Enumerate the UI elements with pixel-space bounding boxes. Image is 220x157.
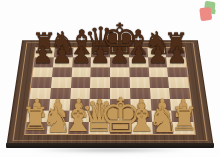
logo-red-block-icon (199, 7, 212, 21)
logo-green-tab-icon (211, 9, 216, 15)
piece-black-pawn-d7: ♟ (90, 44, 111, 67)
piece-black-pawn-f7: ♟ (128, 44, 149, 67)
chessboard-product-photo: ♜♞♝♛♚♝♞♜♟♟♟♟♟♟♟♟♟♟♟♟♟♟♟♟♜♞♝♛♚♝♞♜ (0, 0, 220, 157)
chess-board-scene: ♜♞♝♛♚♝♞♜♟♟♟♟♟♟♟♟♟♟♟♟♟♟♟♟♜♞♝♛♚♝♞♜ (0, 0, 220, 157)
piece-black-pawn-c7: ♟ (71, 44, 92, 67)
piece-black-pawn-a7: ♟ (33, 44, 54, 67)
pieces-layer: ♜♞♝♛♚♝♞♜♟♟♟♟♟♟♟♟♟♟♟♟♟♟♟♟♜♞♝♛♚♝♞♜ (0, 0, 220, 157)
piece-white-rook-h1: ♜ (170, 104, 199, 136)
piece-black-pawn-g7: ♟ (148, 44, 169, 67)
piece-black-pawn-h7: ♟ (167, 44, 188, 67)
piece-black-pawn-b7: ♟ (52, 44, 73, 67)
piece-black-pawn-e7: ♟ (109, 44, 130, 67)
shop-logo (199, 0, 217, 22)
